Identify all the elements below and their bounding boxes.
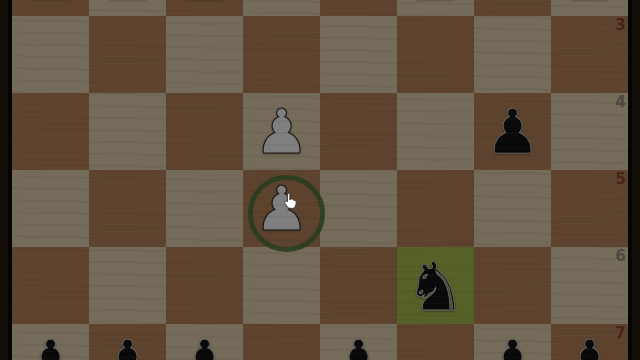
bg-square-d3 xyxy=(320,16,397,93)
bg-square-a6: 6 xyxy=(551,247,628,324)
bg-square-b6 xyxy=(474,247,551,324)
bg-square-c4 xyxy=(397,93,474,170)
bg-square-f2: ♟ xyxy=(166,0,243,16)
background-board: ♜♞♝♚♛♝♞1♜♟♟♟♟2♟3♟♟4♟5♞6♟♟♟♟♟7♟h♜g♞f♝e♚d♛… xyxy=(8,0,632,360)
bg-square-f5 xyxy=(166,170,243,247)
bg-square-e6 xyxy=(243,247,320,324)
bg-square-e5: ♟ xyxy=(243,170,320,247)
bg-square-b5 xyxy=(474,170,551,247)
bg-black-pawn-h7: ♟ xyxy=(23,332,78,360)
bg-black-knight-c6: ♞ xyxy=(405,252,466,320)
bg-square-e2 xyxy=(243,0,320,16)
bg-square-d2 xyxy=(320,0,397,16)
bg-square-g5 xyxy=(89,170,166,247)
bg-square-e3 xyxy=(243,16,320,93)
bg-square-a4: 4 xyxy=(551,93,628,170)
bg-square-b4: ♟ xyxy=(474,93,551,170)
bg-square-c3 xyxy=(397,16,474,93)
bg-square-h3 xyxy=(12,16,89,93)
bg-black-pawn-b4: ♟ xyxy=(485,101,540,163)
bg-rank-label-4: 4 xyxy=(615,95,626,110)
bg-square-a7: 7♟ xyxy=(551,324,628,360)
bg-square-h2: ♟ xyxy=(12,0,89,16)
bg-square-b3 xyxy=(474,16,551,93)
bg-black-pawn-d7: ♟ xyxy=(331,332,386,360)
bg-square-d4 xyxy=(320,93,397,170)
bg-rank-label-7: 7 xyxy=(615,326,626,341)
bg-square-a2: 2♟ xyxy=(551,0,628,16)
bg-square-f3 xyxy=(166,16,243,93)
bg-square-d5 xyxy=(320,170,397,247)
bg-black-pawn-b7: ♟ xyxy=(485,332,540,360)
bg-square-f4 xyxy=(166,93,243,170)
bg-square-g3 xyxy=(89,16,166,93)
bg-square-c5 xyxy=(397,170,474,247)
bg-square-c6: ♞ xyxy=(397,247,474,324)
bg-white-pawn-g2: ♟ xyxy=(100,0,155,9)
bg-square-g7: ♟ xyxy=(89,324,166,360)
bg-square-b2 xyxy=(474,0,551,16)
bg-square-h4 xyxy=(12,93,89,170)
bg-white-pawn-e5: ♟ xyxy=(254,178,309,240)
video-frame: ♜♞♝♚♛♝♞1♜♟♟♟♟2♟3♟♟4♟5♞6♟♟♟♟♟7♟h♜g♞f♝e♚d♛… xyxy=(0,0,640,360)
bg-square-g2: ♟ xyxy=(89,0,166,16)
bg-rank-label-5: 5 xyxy=(615,172,626,187)
bg-square-f7: ♟ xyxy=(166,324,243,360)
bg-square-c7 xyxy=(397,324,474,360)
bg-square-a3: 3 xyxy=(551,16,628,93)
bg-square-h7: ♟ xyxy=(12,324,89,360)
bg-square-e7 xyxy=(243,324,320,360)
bg-black-pawn-a7: ♟ xyxy=(562,332,617,360)
bg-rank-label-6: 6 xyxy=(615,249,626,264)
bg-square-f6 xyxy=(166,247,243,324)
bg-square-e4: ♟ xyxy=(243,93,320,170)
bg-square-g4 xyxy=(89,93,166,170)
bg-square-g6 xyxy=(89,247,166,324)
bg-black-pawn-g7: ♟ xyxy=(100,332,155,360)
bg-white-pawn-f2: ♟ xyxy=(177,0,232,9)
bg-white-pawn-h2: ♟ xyxy=(23,0,78,9)
bg-square-h6 xyxy=(12,247,89,324)
bg-white-pawn-c2: ♟ xyxy=(408,0,463,9)
bg-square-h5 xyxy=(12,170,89,247)
bg-white-pawn-e4: ♟ xyxy=(254,101,309,163)
bg-square-a5: 5 xyxy=(551,170,628,247)
bg-square-d6 xyxy=(320,247,397,324)
bg-square-c2: ♟ xyxy=(397,0,474,16)
bg-white-pawn-a2: ♟ xyxy=(562,0,617,9)
bg-square-b7: ♟ xyxy=(474,324,551,360)
bg-rank-label-3: 3 xyxy=(615,18,626,33)
bg-black-pawn-f7: ♟ xyxy=(177,332,232,360)
bg-square-d7: ♟ xyxy=(320,324,397,360)
